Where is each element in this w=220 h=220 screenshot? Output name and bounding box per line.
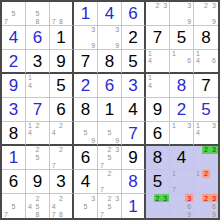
cell-r1c2[interactable]: 58 [26, 2, 50, 26]
candidate-empty [154, 89, 162, 97]
candidate-empty [65, 194, 72, 202]
cell-r1c5[interactable]: 4 [98, 2, 122, 26]
pencil-marks: 134 [194, 122, 218, 144]
cell-r4c8[interactable]: 8 [170, 74, 194, 98]
candidate-empty [50, 137, 57, 144]
candidate-empty [113, 202, 121, 210]
pencil-marks: 39 [74, 26, 97, 49]
cell-r4c3[interactable]: 5 [50, 74, 74, 98]
candidate-empty [2, 10, 10, 18]
candidate-empty [74, 194, 82, 202]
cell-r7c2[interactable]: 25 [26, 146, 50, 170]
cell-r7c6[interactable]: 9 [122, 146, 146, 170]
cell-r2c1[interactable]: 4 [2, 26, 26, 50]
candidate-9: 9 [89, 137, 97, 144]
user-digit: 1 [2, 146, 25, 169]
cell-r4c4[interactable]: 2 [74, 74, 98, 98]
given-digit: 9 [26, 170, 49, 193]
cell-r9c5[interactable]: 2357 [98, 194, 122, 218]
cell-r5c2[interactable]: 7 [26, 98, 50, 122]
candidate-empty [106, 161, 114, 169]
candidate-5: 5 [106, 202, 114, 210]
cell-r2c7[interactable]: 7 [146, 26, 170, 50]
candidate-8: 8 [34, 210, 42, 218]
candidate-2: 2 [106, 194, 114, 202]
cell-r9c7[interactable]: 23 [146, 194, 170, 218]
candidate-empty [106, 122, 114, 129]
candidate-7: 7 [50, 210, 57, 218]
candidate-5: 5 [10, 10, 18, 18]
candidate-4: 4 [146, 82, 154, 90]
given-digit: 3 [50, 170, 72, 193]
candidate-empty [154, 74, 162, 82]
candidate-1: 1 [194, 170, 202, 178]
cell-r4c2[interactable]: 14 [26, 74, 50, 98]
cell-r9c3[interactable]: 2478 [50, 194, 74, 218]
candidate-empty [34, 129, 42, 136]
given-digit: 3 [26, 50, 49, 72]
candidate-empty [178, 57, 186, 64]
candidate-empty [202, 129, 210, 136]
candidate-empty [65, 129, 72, 136]
cell-r4c5[interactable]: 6 [98, 74, 122, 98]
candidate-empty [41, 194, 49, 202]
candidate-empty [178, 137, 186, 144]
candidate-5: 5 [10, 202, 18, 210]
cell-r7c4[interactable]: 6 [74, 146, 98, 170]
given-digit: 5 [50, 74, 72, 97]
given-digit: 6 [2, 170, 25, 193]
candidate-empty [106, 41, 114, 49]
candidate-empty [10, 2, 18, 10]
candidate-empty [26, 210, 34, 218]
cell-r5c8[interactable]: 2 [170, 98, 194, 122]
cell-r3c8[interactable]: 16 [170, 50, 194, 74]
cell-r2c8[interactable]: 5 [170, 26, 194, 50]
candidate-empty [41, 17, 49, 25]
cell-r3c7[interactable]: 14 [146, 50, 170, 74]
candidate-empty [113, 185, 121, 193]
user-digit: 1 [122, 194, 144, 218]
given-digit: 5 [170, 26, 193, 49]
pencil-marks: 27 [98, 170, 121, 193]
candidate-empty [98, 154, 106, 162]
candidate-empty [98, 129, 106, 136]
cell-r4c1[interactable]: 9 [2, 74, 26, 98]
pencil-marks: 2357 [98, 146, 121, 169]
candidate-empty [146, 17, 154, 25]
given-digit: 8 [74, 98, 97, 121]
candidate-empty [17, 17, 25, 25]
candidate-empty [26, 17, 34, 25]
cell-r5c1[interactable]: 3 [2, 98, 26, 122]
given-digit: 4 [122, 98, 144, 121]
candidate-9: 9 [185, 210, 193, 218]
user-digit: 6 [98, 74, 121, 97]
candidate-3: 3 [210, 2, 218, 10]
candidate-empty [113, 210, 121, 218]
candidate-empty [210, 161, 218, 169]
candidate-empty [154, 50, 162, 57]
candidate-empty [161, 202, 169, 210]
cell-r7c7[interactable]: 8 [146, 146, 170, 170]
candidate-empty [34, 74, 42, 82]
candidate-empty [170, 129, 178, 136]
candidate-empty [98, 34, 106, 42]
cell-r2c4[interactable]: 39 [74, 26, 98, 50]
candidate-4: 4 [194, 129, 202, 136]
candidate-empty [41, 89, 49, 97]
given-digit: 5 [146, 170, 169, 193]
cell-r1c8[interactable]: 39 [170, 2, 194, 26]
candidate-7: 7 [50, 17, 57, 25]
candidate-empty [41, 154, 49, 162]
candidate-empty [41, 161, 49, 169]
cell-r1c3[interactable]: 78 [50, 2, 74, 26]
candidate-4: 4 [26, 129, 34, 136]
candidate-empty [178, 2, 186, 10]
candidate-empty [202, 17, 210, 25]
cell-r5c6[interactable]: 4 [122, 98, 146, 122]
candidate-empty [41, 146, 49, 154]
cell-r5c3[interactable]: 6 [50, 98, 74, 122]
candidate-empty [161, 10, 169, 18]
candidate-empty [170, 202, 178, 210]
cell-r9c6[interactable]: 1 [122, 194, 146, 218]
candidate-4: 4 [26, 202, 34, 210]
candidate-2: 2 [154, 2, 162, 10]
candidate-empty [194, 178, 202, 186]
cell-r1c7[interactable]: 23 [146, 2, 170, 26]
candidate-empty [185, 10, 193, 18]
candidate-1: 1 [26, 74, 34, 82]
candidate-7: 7 [50, 161, 57, 169]
candidate-empty [65, 2, 72, 10]
given-digit: 4 [74, 170, 97, 193]
candidate-empty [2, 2, 10, 10]
candidate-empty [106, 178, 114, 186]
candidate-empty [57, 137, 64, 144]
cell-r6c2[interactable]: 124 [26, 122, 50, 146]
cell-r8c3[interactable]: 3 [50, 170, 74, 194]
cell-r3c6[interactable]: 5 [122, 50, 146, 74]
cell-r7c9[interactable]: 23 [194, 146, 218, 170]
candidate-9: 9 [113, 137, 121, 144]
candidate-empty [34, 161, 42, 169]
candidate-empty [178, 170, 186, 178]
candidate-7: 7 [98, 210, 106, 218]
cell-r3c2[interactable]: 3 [26, 50, 50, 74]
candidate-empty [34, 2, 42, 10]
candidate-3: 3 [113, 194, 121, 202]
candidate-empty [202, 137, 210, 144]
cell-r8c6[interactable]: 8 [122, 170, 146, 194]
candidate-empty [161, 89, 169, 97]
pencil-marks: 369 [170, 194, 193, 218]
candidate-empty [98, 194, 106, 202]
candidate-empty [26, 10, 34, 18]
candidate-9: 9 [89, 41, 97, 49]
cell-r6c8[interactable]: 13 [170, 122, 194, 146]
cell-r2c6[interactable]: 2 [122, 26, 146, 50]
candidate-3: 3 [185, 2, 193, 10]
candidate-7: 7 [2, 17, 10, 25]
candidate-empty [194, 10, 202, 18]
cell-r6c1[interactable]: 8 [2, 122, 26, 146]
candidate-1: 1 [194, 122, 202, 129]
candidate-empty [194, 17, 202, 25]
candidate-empty [57, 129, 64, 136]
candidate-empty [154, 65, 162, 72]
candidate-empty [17, 202, 25, 210]
candidate-1: 1 [170, 122, 178, 129]
cell-r1c4[interactable]: 1 [74, 2, 98, 26]
candidate-empty [34, 82, 42, 90]
candidate-empty [89, 210, 97, 218]
pencil-marks: 23 [194, 146, 218, 169]
candidate-empty [17, 210, 25, 218]
candidate-empty [74, 210, 82, 218]
cell-r5c9[interactable]: 5 [194, 98, 218, 122]
candidate-empty [161, 74, 169, 82]
candidate-3: 3 [161, 2, 169, 10]
user-digit: 6 [26, 26, 49, 49]
given-digit: 2 [122, 26, 144, 49]
cell-r1c1[interactable]: 57 [2, 2, 26, 26]
candidate-empty [161, 65, 169, 72]
cell-r5c4[interactable]: 8 [74, 98, 98, 122]
candidate-9: 9 [210, 210, 218, 218]
candidate-empty [210, 154, 218, 162]
candidate-empty [74, 122, 82, 129]
candidate-empty [98, 26, 106, 34]
cell-r9c8[interactable]: 369 [170, 194, 194, 218]
given-digit: 6 [74, 146, 97, 169]
cell-r9c4[interactable]: 35 [74, 194, 98, 218]
cell-r6c9[interactable]: 134 [194, 122, 218, 146]
candidate-empty [161, 17, 169, 25]
given-digit: 1 [98, 98, 121, 121]
cell-r2c9[interactable]: 8 [194, 26, 218, 50]
candidate-empty [170, 65, 178, 72]
candidate-empty [146, 89, 154, 97]
cell-r8c4[interactable]: 4 [74, 170, 98, 194]
candidate-empty [106, 137, 114, 144]
cell-r2c3[interactable]: 1 [50, 26, 74, 50]
cell-r4c9[interactable]: 7 [194, 74, 218, 98]
cell-r6c3[interactable]: 24 [50, 122, 74, 146]
candidate-empty [50, 146, 57, 154]
candidate-empty [185, 137, 193, 144]
cell-r8c8[interactable]: 17 [170, 170, 194, 194]
candidate-5: 5 [82, 129, 90, 136]
candidate-empty [82, 194, 90, 202]
candidate-empty [57, 2, 64, 10]
candidate-empty [210, 178, 218, 186]
candidate-4: 4 [194, 57, 202, 64]
cell-r3c5[interactable]: 8 [98, 50, 122, 74]
candidate-empty [65, 146, 72, 154]
candidate-empty [202, 65, 210, 72]
candidate-empty [170, 194, 178, 202]
candidate-empty [89, 34, 97, 42]
candidate-empty [202, 57, 210, 64]
cell-r9c1[interactable]: 57 [2, 194, 26, 218]
candidate-empty [82, 34, 90, 42]
pencil-marks: 23 [146, 194, 169, 218]
candidate-2: 2 [34, 122, 42, 129]
candidate-5: 5 [106, 129, 114, 136]
candidate-6: 6 [185, 57, 193, 64]
candidate-empty [89, 202, 97, 210]
cell-r3c4[interactable]: 7 [74, 50, 98, 74]
cell-r6c7[interactable]: 6 [146, 122, 170, 146]
candidate-empty [185, 185, 193, 193]
candidate-empty [185, 65, 193, 72]
given-digit: 8 [146, 146, 169, 169]
candidate-empty [170, 10, 178, 18]
cell-r5c7[interactable]: 9 [146, 98, 170, 122]
candidate-3: 3 [161, 194, 169, 202]
candidate-empty [2, 194, 10, 202]
pencil-marks: 39 [98, 26, 121, 49]
candidate-empty [10, 17, 18, 25]
cell-r6c5[interactable]: 59 [98, 122, 122, 146]
candidate-empty [89, 122, 97, 129]
candidate-2: 2 [202, 170, 210, 178]
candidate-empty [178, 122, 186, 129]
cell-r7c8[interactable]: 4 [170, 146, 194, 170]
candidate-empty [57, 10, 64, 18]
candidate-5: 5 [34, 154, 42, 162]
candidate-empty [202, 154, 210, 162]
candidate-empty [185, 129, 193, 136]
candidate-empty [98, 202, 106, 210]
candidate-2: 2 [106, 146, 114, 154]
pencil-marks: 24 [50, 122, 72, 144]
cell-r9c2[interactable]: 2458 [26, 194, 50, 218]
candidate-empty [146, 65, 154, 72]
candidate-empty [26, 161, 34, 169]
cell-r4c7[interactable]: 14 [146, 74, 170, 98]
candidate-empty [194, 202, 202, 210]
cell-r8c9[interactable]: 12 [194, 170, 218, 194]
candidate-empty [178, 129, 186, 136]
candidate-4: 4 [50, 129, 57, 136]
pencil-marks: 124 [26, 122, 49, 144]
candidate-4: 4 [26, 82, 34, 90]
sudoku-board: 5758781462339239461393927582397851416146… [0, 0, 220, 220]
candidate-empty [210, 170, 218, 178]
cell-r7c3[interactable]: 27 [50, 146, 74, 170]
candidate-empty [65, 161, 72, 169]
candidate-3: 3 [89, 26, 97, 34]
pencil-marks: 17 [170, 170, 193, 193]
candidate-2: 2 [106, 170, 114, 178]
given-digit: 9 [122, 146, 144, 169]
pencil-marks: 146 [194, 50, 218, 72]
candidate-2: 2 [34, 194, 42, 202]
given-digit: 8 [194, 26, 218, 49]
cell-r4c6[interactable]: 3 [122, 74, 146, 98]
cell-r3c3[interactable]: 9 [50, 50, 74, 74]
candidate-empty [210, 129, 218, 136]
candidate-empty [194, 154, 202, 162]
pencil-marks: 78 [50, 2, 72, 25]
user-digit: 1 [74, 2, 97, 25]
cell-r2c2[interactable]: 6 [26, 26, 50, 50]
pencil-marks: 2458 [26, 194, 49, 218]
cell-r8c2[interactable]: 9 [26, 170, 50, 194]
pencil-marks: 25 [26, 146, 49, 169]
candidate-empty [65, 10, 72, 18]
candidate-2: 2 [202, 146, 210, 154]
pencil-marks: 2369 [194, 194, 218, 218]
candidate-empty [154, 210, 162, 218]
cell-r9c9[interactable]: 2369 [194, 194, 218, 218]
cell-r2c5[interactable]: 39 [98, 26, 122, 50]
candidate-empty [210, 50, 218, 57]
candidate-empty [146, 10, 154, 18]
cell-r8c5[interactable]: 27 [98, 170, 122, 194]
candidate-empty [50, 122, 57, 129]
candidate-empty [170, 17, 178, 25]
cell-r7c5[interactable]: 2357 [98, 146, 122, 170]
candidate-3: 3 [113, 26, 121, 34]
given-digit: 4 [170, 146, 193, 169]
candidate-empty [26, 146, 34, 154]
candidate-empty [202, 185, 210, 193]
candidate-empty [41, 137, 49, 144]
candidate-9: 9 [185, 17, 193, 25]
cell-r6c4[interactable]: 59 [74, 122, 98, 146]
candidate-empty [113, 154, 121, 162]
user-digit: 5 [194, 98, 218, 121]
candidate-empty [26, 154, 34, 162]
cell-r7c1[interactable]: 1 [2, 146, 26, 170]
candidate-1: 1 [26, 122, 34, 129]
candidate-empty [113, 129, 121, 136]
candidate-empty [185, 178, 193, 186]
candidate-5: 5 [106, 154, 114, 162]
pencil-marks: 57 [2, 194, 25, 218]
cell-r1c6[interactable]: 6 [122, 2, 146, 26]
candidate-empty [26, 2, 34, 10]
candidate-empty [185, 50, 193, 57]
cell-r8c7[interactable]: 5 [146, 170, 170, 194]
cell-r8c1[interactable]: 6 [2, 170, 26, 194]
candidate-1: 1 [170, 170, 178, 178]
given-digit: 1 [50, 26, 72, 49]
cell-r3c9[interactable]: 146 [194, 50, 218, 74]
candidate-2: 2 [57, 122, 64, 129]
user-digit: 3 [122, 74, 144, 97]
candidate-empty [154, 10, 162, 18]
candidate-9: 9 [113, 41, 121, 49]
cell-r3c1[interactable]: 2 [2, 50, 26, 74]
candidate-1: 1 [146, 50, 154, 57]
candidate-empty [194, 65, 202, 72]
cell-r6c6[interactable]: 7 [122, 122, 146, 146]
cell-r5c5[interactable]: 1 [98, 98, 122, 122]
candidate-9: 9 [210, 17, 218, 25]
candidate-2: 2 [202, 2, 210, 10]
cell-r1c9[interactable]: 239 [194, 2, 218, 26]
user-digit: 9 [2, 74, 25, 97]
candidate-empty [178, 178, 186, 186]
candidate-empty [41, 10, 49, 18]
candidate-empty [74, 129, 82, 136]
